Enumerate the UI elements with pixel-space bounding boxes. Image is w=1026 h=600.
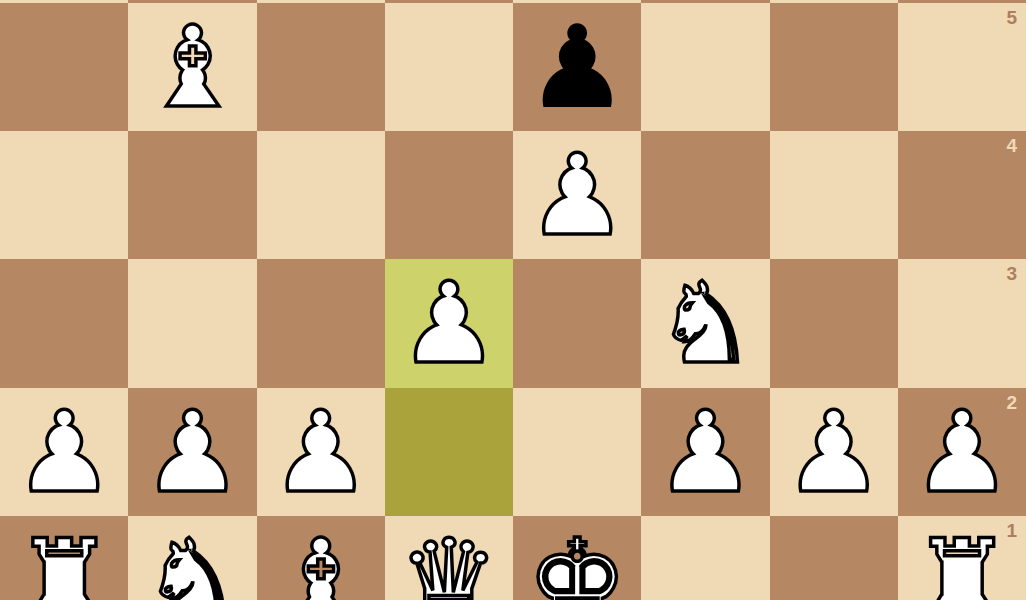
white-bishop[interactable]: ♝ xyxy=(257,516,385,600)
square-f5[interactable] xyxy=(641,3,769,131)
rank-label-1: 1 xyxy=(1006,521,1017,540)
white-pawn[interactable]: ♟ xyxy=(641,388,769,516)
square-g1[interactable] xyxy=(770,516,898,600)
square-b4[interactable] xyxy=(128,131,256,259)
square-b1[interactable]: ♞ xyxy=(128,516,256,600)
square-g2[interactable]: ♟ xyxy=(770,388,898,516)
white-pawn[interactable]: ♟ xyxy=(898,388,1026,516)
square-a1[interactable]: ♜ xyxy=(0,516,128,600)
square-h4[interactable]: 4 xyxy=(898,131,1026,259)
square-h1[interactable]: ♜1 xyxy=(898,516,1026,600)
square-c4[interactable] xyxy=(257,131,385,259)
white-pawn[interactable]: ♟ xyxy=(0,388,128,516)
board-viewport: ♝♟5♟4♟♞3♟♟♟♟♟♟2♜♞♝♛♚♜1 xyxy=(0,0,1026,600)
square-c2[interactable]: ♟ xyxy=(257,388,385,516)
square-h5[interactable]: 5 xyxy=(898,3,1026,131)
square-f1[interactable] xyxy=(641,516,769,600)
white-rook[interactable]: ♜ xyxy=(0,516,128,600)
white-bishop[interactable]: ♝ xyxy=(128,3,256,131)
square-h2[interactable]: ♟2 xyxy=(898,388,1026,516)
white-pawn[interactable]: ♟ xyxy=(385,259,513,387)
square-f3[interactable]: ♞ xyxy=(641,259,769,387)
white-queen[interactable]: ♛ xyxy=(385,516,513,600)
square-d5[interactable] xyxy=(385,3,513,131)
rank-label-3: 3 xyxy=(1006,264,1017,283)
rank-label-5: 5 xyxy=(1006,8,1017,27)
square-b3[interactable] xyxy=(128,259,256,387)
square-d4[interactable] xyxy=(385,131,513,259)
square-d3[interactable]: ♟ xyxy=(385,259,513,387)
square-f4[interactable] xyxy=(641,131,769,259)
square-c5[interactable] xyxy=(257,3,385,131)
square-a2[interactable]: ♟ xyxy=(0,388,128,516)
white-pawn[interactable]: ♟ xyxy=(770,388,898,516)
square-f2[interactable]: ♟ xyxy=(641,388,769,516)
square-e2[interactable] xyxy=(513,388,641,516)
rank-label-4: 4 xyxy=(1006,136,1017,155)
white-knight[interactable]: ♞ xyxy=(641,259,769,387)
square-e1[interactable]: ♚ xyxy=(513,516,641,600)
white-rook[interactable]: ♜ xyxy=(898,516,1026,600)
square-d2[interactable] xyxy=(385,388,513,516)
square-h3[interactable]: 3 xyxy=(898,259,1026,387)
chess-board[interactable]: ♝♟5♟4♟♞3♟♟♟♟♟♟2♜♞♝♛♚♜1 xyxy=(0,0,1026,600)
square-g4[interactable] xyxy=(770,131,898,259)
square-g5[interactable] xyxy=(770,3,898,131)
white-pawn[interactable]: ♟ xyxy=(128,388,256,516)
white-pawn[interactable]: ♟ xyxy=(257,388,385,516)
square-c3[interactable] xyxy=(257,259,385,387)
square-e4[interactable]: ♟ xyxy=(513,131,641,259)
square-c1[interactable]: ♝ xyxy=(257,516,385,600)
rank-label-2: 2 xyxy=(1006,393,1017,412)
white-king[interactable]: ♚ xyxy=(513,516,641,600)
square-e3[interactable] xyxy=(513,259,641,387)
square-a4[interactable] xyxy=(0,131,128,259)
square-b5[interactable]: ♝ xyxy=(128,3,256,131)
black-pawn[interactable]: ♟ xyxy=(513,3,641,131)
square-g3[interactable] xyxy=(770,259,898,387)
square-d1[interactable]: ♛ xyxy=(385,516,513,600)
square-a5[interactable] xyxy=(0,3,128,131)
square-e5[interactable]: ♟ xyxy=(513,3,641,131)
square-a3[interactable] xyxy=(0,259,128,387)
square-b2[interactable]: ♟ xyxy=(128,388,256,516)
white-knight[interactable]: ♞ xyxy=(128,516,256,600)
white-pawn[interactable]: ♟ xyxy=(513,131,641,259)
